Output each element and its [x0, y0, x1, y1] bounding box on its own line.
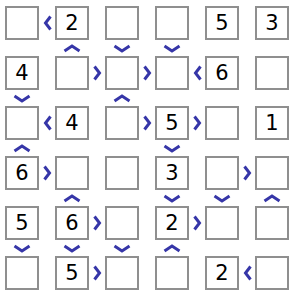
- inequality-greater-icon-r3c3: [139, 106, 155, 140]
- cell-r3c1[interactable]: [5, 106, 39, 140]
- inequality-down-icon-r3c4: [155, 140, 189, 156]
- cell-r1c1[interactable]: [5, 6, 39, 40]
- inequality-greater-icon-r5c2: [89, 206, 105, 240]
- inequality-down-icon-r4c5: [205, 190, 239, 206]
- inequality-greater-icon-r6c2: [89, 256, 105, 290]
- cell-r4c6[interactable]: [255, 156, 289, 190]
- inequality-up-icon-r5c4: [155, 240, 189, 256]
- inequality-down-icon-r2c1: [5, 90, 39, 106]
- inequality-up-icon-r4c2: [55, 190, 89, 206]
- cell-r5c2: 6: [55, 206, 89, 240]
- cell-r2c1: 4: [5, 56, 39, 90]
- cell-r4c1: 6: [5, 156, 39, 190]
- cell-r6c2: 5: [55, 256, 89, 290]
- cell-r6c6[interactable]: [255, 256, 289, 290]
- inequality-down-icon-r4c4: [155, 190, 189, 206]
- inequality-less-icon-r1c1: [39, 6, 55, 40]
- inequality-down-icon-r5c1: [5, 240, 39, 256]
- cell-r1c5: 5: [205, 6, 239, 40]
- inequality-up-icon-r1c2: [55, 40, 89, 56]
- cell-r6c5: 2: [205, 256, 239, 290]
- cell-r3c6: 1: [255, 106, 289, 140]
- inequality-down-icon-r5c3: [105, 240, 139, 256]
- cell-r6c1[interactable]: [5, 256, 39, 290]
- cell-r3c2: 4: [55, 106, 89, 140]
- cell-r2c2[interactable]: [55, 56, 89, 90]
- cell-r5c5[interactable]: [205, 206, 239, 240]
- futoshiki-board: 253464516356252: [5, 6, 289, 290]
- cell-r4c5[interactable]: [205, 156, 239, 190]
- inequality-up-icon-r2c3: [105, 90, 139, 106]
- cell-r4c3[interactable]: [105, 156, 139, 190]
- inequality-greater-icon-r2c2: [89, 56, 105, 90]
- inequality-greater-icon-r5c4: [189, 206, 205, 240]
- inequality-up-icon-r3c1: [5, 140, 39, 156]
- inequality-less-icon-r3c1: [39, 106, 55, 140]
- inequality-down-icon-r1c3: [105, 40, 139, 56]
- cell-r2c5: 6: [205, 56, 239, 90]
- cell-r4c2[interactable]: [55, 156, 89, 190]
- cell-r1c3[interactable]: [105, 6, 139, 40]
- cell-r3c3[interactable]: [105, 106, 139, 140]
- inequality-less-icon-r2c4: [189, 56, 205, 90]
- cell-r6c3[interactable]: [105, 256, 139, 290]
- inequality-greater-icon-r4c1: [39, 156, 55, 190]
- cell-r1c4[interactable]: [155, 6, 189, 40]
- inequality-greater-icon-r2c3: [139, 56, 155, 90]
- inequality-less-icon-r6c5: [239, 256, 255, 290]
- cell-r6c4[interactable]: [155, 256, 189, 290]
- inequality-down-icon-r5c2: [55, 240, 89, 256]
- inequality-down-icon-r1c4: [155, 40, 189, 56]
- cell-r5c1: 5: [5, 206, 39, 240]
- cell-r3c4: 5: [155, 106, 189, 140]
- cell-r2c6[interactable]: [255, 56, 289, 90]
- inequality-greater-icon-r4c5: [239, 156, 255, 190]
- cell-r5c6[interactable]: [255, 206, 289, 240]
- cell-r5c4: 2: [155, 206, 189, 240]
- cell-r2c3[interactable]: [105, 56, 139, 90]
- cell-r1c2: 2: [55, 6, 89, 40]
- cell-r2c4[interactable]: [155, 56, 189, 90]
- cell-r1c6: 3: [255, 6, 289, 40]
- cell-r3c5[interactable]: [205, 106, 239, 140]
- inequality-up-icon-r4c6: [255, 190, 289, 206]
- cell-r4c4: 3: [155, 156, 189, 190]
- cell-r5c3[interactable]: [105, 206, 139, 240]
- inequality-greater-icon-r3c4: [189, 106, 205, 140]
